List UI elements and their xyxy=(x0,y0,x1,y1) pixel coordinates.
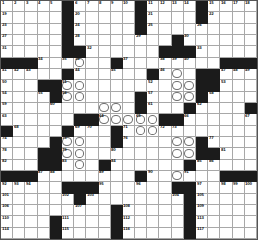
cell-r2c7[interactable]: 20 xyxy=(74,12,86,23)
cell-r17c5[interactable] xyxy=(50,182,62,193)
cell-r7c21[interactable]: 49 xyxy=(245,69,257,80)
cell-r20c2[interactable] xyxy=(13,216,25,227)
cell-r21c12[interactable] xyxy=(135,228,147,239)
cell-r7c11[interactable] xyxy=(123,69,135,80)
cell-r8c7[interactable] xyxy=(74,80,86,91)
cell-r10c2[interactable] xyxy=(13,103,25,114)
cell-r19c2[interactable] xyxy=(13,205,25,216)
cell-r17c17[interactable]: 97 xyxy=(196,182,208,193)
cell-r20c8[interactable] xyxy=(86,216,98,227)
cell-r6c8[interactable] xyxy=(86,58,98,69)
cell-r2c19[interactable] xyxy=(220,12,232,23)
cell-r14c10[interactable]: 80 xyxy=(111,148,123,159)
cell-r17c19[interactable]: 98 xyxy=(220,182,232,193)
cell-r16c16[interactable]: 91 xyxy=(184,171,196,182)
cell-r21c9[interactable] xyxy=(99,228,111,239)
cell-r14c9[interactable] xyxy=(99,148,111,159)
cell-r15c11[interactable] xyxy=(123,160,135,171)
cell-r17c12[interactable]: 96 xyxy=(135,182,147,193)
cell-r3c9[interactable] xyxy=(99,24,111,35)
cell-r16c13[interactable]: 90 xyxy=(147,171,159,182)
cell-r15c13[interactable] xyxy=(147,160,159,171)
cell-r12c15[interactable]: 73 xyxy=(172,126,184,137)
cell-r10c1[interactable]: 59 xyxy=(1,103,13,114)
cell-r16c5[interactable]: 88 xyxy=(50,171,62,182)
cell-r19c9[interactable] xyxy=(99,205,111,216)
cell-r17c11[interactable] xyxy=(123,182,135,193)
cell-r19c15[interactable] xyxy=(172,205,184,216)
cell-r3c2[interactable] xyxy=(13,24,25,35)
cell-r14c8[interactable] xyxy=(86,148,98,159)
cell-r4c11[interactable] xyxy=(123,35,135,46)
cell-r19c18[interactable] xyxy=(208,205,220,216)
cell-r2c15[interactable] xyxy=(172,12,184,23)
cell-r12c14[interactable]: 72 xyxy=(159,126,171,137)
cell-r18c4[interactable] xyxy=(38,194,50,205)
cell-r9c10[interactable] xyxy=(111,92,123,103)
cell-r9c8[interactable] xyxy=(86,92,98,103)
cell-r1c8[interactable]: 7 xyxy=(86,1,98,12)
cell-r9c2[interactable] xyxy=(13,92,25,103)
cell-r12c19[interactable] xyxy=(220,126,232,137)
cell-r9c9[interactable] xyxy=(99,92,111,103)
cell-r13c11[interactable]: 76 xyxy=(123,137,135,148)
cell-r5c20[interactable] xyxy=(233,46,245,57)
cell-r19c13[interactable] xyxy=(147,205,159,216)
cell-r2c21[interactable] xyxy=(245,12,257,23)
cell-r5c2[interactable] xyxy=(13,46,25,57)
cell-r3c5[interactable] xyxy=(50,24,62,35)
cell-r15c14[interactable] xyxy=(159,160,171,171)
cell-r8c11[interactable] xyxy=(123,80,135,91)
cell-r8c2[interactable] xyxy=(13,80,25,91)
cell-r7c12[interactable] xyxy=(135,69,147,80)
cell-r12c18[interactable] xyxy=(208,126,220,137)
cell-r1c20[interactable]: 17 xyxy=(233,1,245,12)
cell-r18c17[interactable]: 105 xyxy=(196,194,208,205)
cell-r10c5[interactable]: 60 xyxy=(50,103,62,114)
cell-r3c21[interactable] xyxy=(245,24,257,35)
cell-r14c2[interactable] xyxy=(13,148,25,159)
cell-r10c18[interactable] xyxy=(208,103,220,114)
cell-r19c17[interactable]: 109 xyxy=(196,205,208,216)
cell-r10c11[interactable] xyxy=(123,103,135,114)
cell-r15c1[interactable]: 82 xyxy=(1,160,13,171)
cell-r19c5[interactable] xyxy=(50,205,62,216)
cell-r2c14[interactable] xyxy=(159,12,171,23)
cell-r17c20[interactable]: 99 xyxy=(233,182,245,193)
cell-r4c18[interactable] xyxy=(208,35,220,46)
cell-r11c9[interactable]: 64 xyxy=(99,114,111,125)
cell-r4c17[interactable] xyxy=(196,35,208,46)
cell-r20c3[interactable] xyxy=(25,216,37,227)
cell-r6c4[interactable]: 34 xyxy=(38,58,50,69)
cell-r21c7[interactable] xyxy=(74,228,86,239)
cell-r21c17[interactable]: 117 xyxy=(196,228,208,239)
cell-r4c19[interactable] xyxy=(220,35,232,46)
cell-r8c13[interactable]: 52 xyxy=(147,80,159,91)
cell-r1c7[interactable]: 6 xyxy=(74,1,86,12)
cell-r3c8[interactable] xyxy=(86,24,98,35)
cell-r16c4[interactable]: 87 xyxy=(38,171,50,182)
cell-r16c15[interactable] xyxy=(172,171,184,182)
cell-r1c13[interactable]: 11 xyxy=(147,1,159,12)
cell-r12c12[interactable] xyxy=(135,126,147,137)
cell-r14c21[interactable] xyxy=(245,148,257,159)
cell-r21c21[interactable] xyxy=(245,228,257,239)
cell-r10c15[interactable] xyxy=(172,103,184,114)
cell-r9c21[interactable] xyxy=(245,92,257,103)
cell-r7c9[interactable] xyxy=(99,69,111,80)
cell-r5c12[interactable] xyxy=(135,46,147,57)
cell-r7c16[interactable] xyxy=(184,69,196,80)
cell-r10c20[interactable] xyxy=(233,103,245,114)
cell-r19c14[interactable] xyxy=(159,205,171,216)
cell-r16c18[interactable] xyxy=(208,171,220,182)
cell-r13c8[interactable] xyxy=(86,137,98,148)
cell-r18c12[interactable] xyxy=(135,194,147,205)
cell-r7c20[interactable]: 48 xyxy=(233,69,245,80)
cell-r3c4[interactable] xyxy=(38,24,50,35)
cell-r17c3[interactable]: 94 xyxy=(25,182,37,193)
cell-r2c20[interactable] xyxy=(233,12,245,23)
cell-r4c2[interactable] xyxy=(13,35,25,46)
cell-r13c18[interactable]: 77 xyxy=(208,137,220,148)
cell-r1c10[interactable]: 9 xyxy=(111,1,123,12)
cell-r4c9[interactable] xyxy=(99,35,111,46)
cell-r11c19[interactable] xyxy=(220,114,232,125)
cell-r1c1[interactable]: 1 xyxy=(1,1,13,12)
cell-r5c18[interactable] xyxy=(208,46,220,57)
cell-r8c20[interactable] xyxy=(233,80,245,91)
cell-r18c15[interactable]: 104 xyxy=(172,194,184,205)
cell-r15c17[interactable]: 85 xyxy=(196,160,208,171)
cell-r11c1[interactable]: 63 xyxy=(1,114,13,125)
cell-r3c19[interactable] xyxy=(220,24,232,35)
cell-r14c7[interactable] xyxy=(74,148,86,159)
cell-r9c6[interactable]: 56 xyxy=(62,92,74,103)
cell-r7c14[interactable]: 46 xyxy=(159,69,171,80)
cell-r5c8[interactable]: 32 xyxy=(86,46,98,57)
cell-r8c9[interactable] xyxy=(99,80,111,91)
cell-r21c1[interactable]: 114 xyxy=(1,228,13,239)
cell-r12c16[interactable] xyxy=(184,126,196,137)
cell-r14c14[interactable] xyxy=(159,148,171,159)
cell-r15c2[interactable] xyxy=(13,160,25,171)
cell-r15c10[interactable]: 84 xyxy=(111,160,123,171)
cell-r18c6[interactable]: 102 xyxy=(62,194,74,205)
cell-r21c4[interactable] xyxy=(38,228,50,239)
cell-r9c19[interactable] xyxy=(220,92,232,103)
cell-r9c3[interactable] xyxy=(25,92,37,103)
cell-r18c19[interactable] xyxy=(220,194,232,205)
cell-r4c12[interactable]: 29 xyxy=(135,35,147,46)
cell-r15c19[interactable] xyxy=(220,160,232,171)
cell-r18c3[interactable] xyxy=(25,194,37,205)
cell-r9c14[interactable] xyxy=(159,92,171,103)
cell-r13c13[interactable] xyxy=(147,137,159,148)
cell-r12c13[interactable] xyxy=(147,126,159,137)
cell-r15c6[interactable]: 83 xyxy=(62,160,74,171)
cell-r6c16[interactable]: 40 xyxy=(184,58,196,69)
cell-r8c1[interactable]: 50 xyxy=(1,80,13,91)
cell-r1c19[interactable]: 16 xyxy=(220,1,232,12)
cell-r3c15[interactable] xyxy=(172,24,184,35)
cell-r10c17[interactable]: 62 xyxy=(196,103,208,114)
cell-r12c20[interactable] xyxy=(233,126,245,137)
cell-r9c15[interactable] xyxy=(172,92,184,103)
cell-r19c3[interactable] xyxy=(25,205,37,216)
cell-r1c3[interactable]: 3 xyxy=(25,1,37,12)
cell-r21c6[interactable]: 115 xyxy=(62,228,74,239)
cell-r16c10[interactable] xyxy=(111,171,123,182)
cell-r5c21[interactable] xyxy=(245,46,257,57)
cell-r20c15[interactable] xyxy=(172,216,184,227)
cell-r12c5[interactable] xyxy=(50,126,62,137)
cell-r4c21[interactable] xyxy=(245,35,257,46)
cell-r13c20[interactable] xyxy=(233,137,245,148)
cell-r17c14[interactable] xyxy=(159,182,171,193)
cell-r9c7[interactable] xyxy=(74,92,86,103)
cell-r7c15[interactable] xyxy=(172,69,184,80)
cell-r12c21[interactable] xyxy=(245,126,257,137)
cell-r3c20[interactable] xyxy=(233,24,245,35)
cell-r18c1[interactable]: 101 xyxy=(1,194,13,205)
cell-r4c5[interactable] xyxy=(50,35,62,46)
cell-r16c8[interactable] xyxy=(86,171,98,182)
cell-r7c3[interactable]: 43 xyxy=(25,69,37,80)
cell-r20c11[interactable]: 112 xyxy=(123,216,135,227)
cell-r13c14[interactable] xyxy=(159,137,171,148)
cell-r11c5[interactable] xyxy=(50,114,62,125)
cell-r21c20[interactable] xyxy=(233,228,245,239)
cell-r10c8[interactable] xyxy=(86,103,98,114)
cell-r21c14[interactable] xyxy=(159,228,171,239)
cell-r1c14[interactable]: 12 xyxy=(159,1,171,12)
cell-r1c21[interactable]: 18 xyxy=(245,1,257,12)
cell-r5c3[interactable] xyxy=(25,46,37,57)
cell-r20c9[interactable] xyxy=(99,216,111,227)
cell-r20c21[interactable] xyxy=(245,216,257,227)
cell-r11c20[interactable] xyxy=(233,114,245,125)
cell-r19c12[interactable] xyxy=(135,205,147,216)
cell-r2c4[interactable] xyxy=(38,12,50,23)
cell-r12c11[interactable]: 71 xyxy=(123,126,135,137)
cell-r6c5[interactable] xyxy=(50,58,62,69)
cell-r15c15[interactable] xyxy=(172,160,184,171)
cell-r3c18[interactable] xyxy=(208,24,220,35)
cell-r5c19[interactable] xyxy=(220,46,232,57)
cell-r14c12[interactable] xyxy=(135,148,147,159)
cell-r5c5[interactable] xyxy=(50,46,62,57)
cell-r6c13[interactable] xyxy=(147,58,159,69)
cell-r19c19[interactable] xyxy=(220,205,232,216)
cell-r2c10[interactable] xyxy=(111,12,123,23)
cell-r13c1[interactable]: 74 xyxy=(1,137,13,148)
cell-r5c1[interactable]: 31 xyxy=(1,46,13,57)
cell-r13c15[interactable] xyxy=(172,137,184,148)
cell-r16c17[interactable] xyxy=(196,171,208,182)
cell-r1c18[interactable]: 15 xyxy=(208,1,220,12)
cell-r13c16[interactable] xyxy=(184,137,196,148)
cell-r4c16[interactable]: 30 xyxy=(184,35,196,46)
cell-r13c19[interactable] xyxy=(220,137,232,148)
cell-r12c8[interactable]: 70 xyxy=(86,126,98,137)
cell-r4c8[interactable] xyxy=(86,35,98,46)
cell-r10c4[interactable] xyxy=(38,103,50,114)
cell-r6c11[interactable]: 37 xyxy=(123,58,135,69)
cell-r18c21[interactable] xyxy=(245,194,257,205)
cell-r17c9[interactable]: 95 xyxy=(99,182,111,193)
cell-r7c8[interactable] xyxy=(86,69,98,80)
cell-r21c15[interactable] xyxy=(172,228,184,239)
cell-r16c14[interactable] xyxy=(159,171,171,182)
cell-r15c18[interactable]: 86 xyxy=(208,160,220,171)
cell-r1c9[interactable]: 8 xyxy=(99,1,111,12)
cell-r14c13[interactable] xyxy=(147,148,159,159)
cell-r4c13[interactable] xyxy=(147,35,159,46)
cell-r4c4[interactable] xyxy=(38,35,50,46)
cell-r2c1[interactable]: 19 xyxy=(1,12,13,23)
cell-r2c13[interactable]: 21 xyxy=(147,12,159,23)
cell-r12c9[interactable] xyxy=(99,126,111,137)
cell-r18c9[interactable] xyxy=(99,194,111,205)
cell-r14c19[interactable]: 81 xyxy=(220,148,232,159)
cell-r15c7[interactable] xyxy=(74,160,86,171)
cell-r11c4[interactable] xyxy=(38,114,50,125)
cell-r1c11[interactable]: 10 xyxy=(123,1,135,12)
cell-r2c3[interactable] xyxy=(25,12,37,23)
cell-r8c3[interactable] xyxy=(25,80,37,91)
cell-r14c6[interactable]: 79 xyxy=(62,148,74,159)
cell-r19c8[interactable] xyxy=(86,205,98,216)
cell-r4c20[interactable] xyxy=(233,35,245,46)
cell-r9c4[interactable]: 55 xyxy=(38,92,50,103)
cell-r16c7[interactable] xyxy=(74,171,86,182)
cell-r20c20[interactable] xyxy=(233,216,245,227)
cell-r3c17[interactable]: 26 xyxy=(196,24,208,35)
cell-r20c13[interactable] xyxy=(147,216,159,227)
cell-r14c15[interactable] xyxy=(172,148,184,159)
cell-r13c6[interactable]: 75 xyxy=(62,137,74,148)
cell-r12c17[interactable] xyxy=(196,126,208,137)
cell-r21c18[interactable] xyxy=(208,228,220,239)
cell-r15c21[interactable] xyxy=(245,160,257,171)
cell-r11c2[interactable] xyxy=(13,114,25,125)
cell-r16c6[interactable] xyxy=(62,171,74,182)
cell-r20c18[interactable] xyxy=(208,216,220,227)
cell-r6c18[interactable] xyxy=(208,58,220,69)
cell-r11c17[interactable] xyxy=(196,114,208,125)
cell-r18c11[interactable] xyxy=(123,194,135,205)
cell-r5c13[interactable] xyxy=(147,46,159,57)
cell-r21c13[interactable] xyxy=(147,228,159,239)
cell-r19c6[interactable] xyxy=(62,205,74,216)
cell-r21c11[interactable]: 116 xyxy=(123,228,135,239)
cell-r10c13[interactable]: 61 xyxy=(147,103,159,114)
cell-r8c19[interactable]: 53 xyxy=(220,80,232,91)
cell-r9c1[interactable]: 54 xyxy=(1,92,13,103)
cell-r14c3[interactable] xyxy=(25,148,37,159)
cell-r14c11[interactable] xyxy=(123,148,135,159)
cell-r10c10[interactable] xyxy=(111,103,123,114)
cell-r11c21[interactable]: 67 xyxy=(245,114,257,125)
cell-r1c5[interactable]: 5 xyxy=(50,1,62,12)
cell-r4c10[interactable] xyxy=(111,35,123,46)
cell-r10c9[interactable] xyxy=(99,103,111,114)
cell-r19c20[interactable] xyxy=(233,205,245,216)
cell-r21c19[interactable] xyxy=(220,228,232,239)
cell-r8c16[interactable] xyxy=(184,80,196,91)
cell-r18c20[interactable] xyxy=(233,194,245,205)
cell-r6c15[interactable]: 39 xyxy=(172,58,184,69)
cell-r11c3[interactable] xyxy=(25,114,37,125)
cell-r3c14[interactable] xyxy=(159,24,171,35)
cell-r9c16[interactable] xyxy=(184,92,196,103)
cell-r13c12[interactable] xyxy=(135,137,147,148)
cell-r20c6[interactable]: 111 xyxy=(62,216,74,227)
cell-r2c5[interactable] xyxy=(50,12,62,23)
cell-r8c6[interactable]: 51 xyxy=(62,80,74,91)
cell-r5c10[interactable] xyxy=(111,46,123,57)
cell-r7c5[interactable] xyxy=(50,69,62,80)
cell-r8c10[interactable] xyxy=(111,80,123,91)
cell-r17c10[interactable] xyxy=(111,182,123,193)
cell-r6c12[interactable] xyxy=(135,58,147,69)
cell-r15c8[interactable] xyxy=(86,160,98,171)
cell-r15c12[interactable] xyxy=(135,160,147,171)
cell-r17c4[interactable] xyxy=(38,182,50,193)
cell-r20c7[interactable] xyxy=(74,216,86,227)
cell-r6c9[interactable] xyxy=(99,58,111,69)
cell-r20c17[interactable]: 113 xyxy=(196,216,208,227)
cell-r14c16[interactable] xyxy=(184,148,196,159)
cell-r3c10[interactable] xyxy=(111,24,123,35)
cell-r3c3[interactable] xyxy=(25,24,37,35)
cell-r20c19[interactable] xyxy=(220,216,232,227)
cell-r14c1[interactable]: 78 xyxy=(1,148,13,159)
cell-r3c7[interactable]: 24 xyxy=(74,24,86,35)
cell-r10c14[interactable] xyxy=(159,103,171,114)
cell-r17c21[interactable]: 100 xyxy=(245,182,257,193)
cell-r19c21[interactable] xyxy=(245,205,257,216)
cell-r2c2[interactable] xyxy=(13,12,25,23)
cell-r13c3[interactable] xyxy=(25,137,37,148)
cell-r11c16[interactable]: 66 xyxy=(184,114,196,125)
cell-r3c16[interactable] xyxy=(184,24,196,35)
cell-r9c13[interactable]: 57 xyxy=(147,92,159,103)
cell-r1c4[interactable]: 4 xyxy=(38,1,50,12)
cell-r12c7[interactable]: 69 xyxy=(74,126,86,137)
cell-r13c2[interactable] xyxy=(13,137,25,148)
cell-r1c15[interactable]: 13 xyxy=(172,1,184,12)
cell-r16c9[interactable]: 89 xyxy=(99,171,111,182)
cell-r2c9[interactable] xyxy=(99,12,111,23)
cell-r19c4[interactable] xyxy=(38,205,50,216)
cell-r7c1[interactable]: 41 xyxy=(1,69,13,80)
cell-r6c14[interactable]: 38 xyxy=(159,58,171,69)
cell-r9c18[interactable]: 58 xyxy=(208,92,220,103)
cell-r11c18[interactable] xyxy=(208,114,220,125)
cell-r18c2[interactable] xyxy=(13,194,25,205)
cell-r10c7[interactable] xyxy=(74,103,86,114)
cell-r14c20[interactable] xyxy=(233,148,245,159)
cell-r4c1[interactable]: 27 xyxy=(1,35,13,46)
cell-r12c4[interactable] xyxy=(38,126,50,137)
cell-r15c20[interactable] xyxy=(233,160,245,171)
cell-r21c8[interactable] xyxy=(86,228,98,239)
cell-r6c7[interactable]: 36 xyxy=(74,58,86,69)
